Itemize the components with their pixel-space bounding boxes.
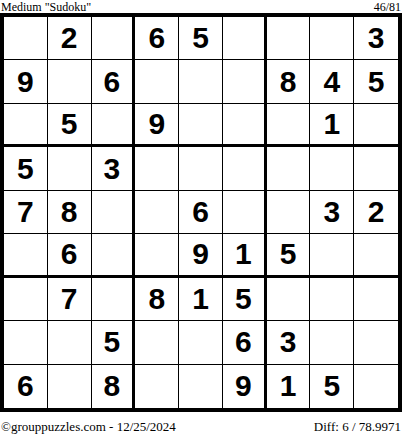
cell-r9c8: 5 [310, 365, 354, 408]
cell-r2c4[interactable] [135, 60, 179, 103]
cell-r1c7[interactable] [267, 17, 311, 60]
cell-r2c1: 9 [4, 60, 48, 103]
cell-r8c7: 3 [267, 321, 311, 364]
cell-r3c2: 5 [48, 104, 92, 147]
cell-r8c6: 6 [223, 321, 267, 364]
cell-r7c5: 1 [179, 278, 223, 321]
cell-r3c5[interactable] [179, 104, 223, 147]
cell-r1c8[interactable] [310, 17, 354, 60]
cell-r2c2[interactable] [48, 60, 92, 103]
cell-r2c7: 8 [267, 60, 311, 103]
cell-r3c8: 1 [310, 104, 354, 147]
cell-r8c3: 5 [92, 321, 136, 364]
cell-r3c3[interactable] [92, 104, 136, 147]
cell-r7c9[interactable] [354, 278, 398, 321]
cell-r1c3[interactable] [92, 17, 136, 60]
cell-r2c5[interactable] [179, 60, 223, 103]
cell-r4c9[interactable] [354, 147, 398, 190]
cell-r5c3[interactable] [92, 191, 136, 234]
cell-r6c2: 6 [48, 234, 92, 277]
cell-r6c8[interactable] [310, 234, 354, 277]
cell-r1c1[interactable] [4, 17, 48, 60]
cell-r9c2[interactable] [48, 365, 92, 408]
cell-r4c3: 3 [92, 147, 136, 190]
cell-r6c3[interactable] [92, 234, 136, 277]
cell-r6c5: 9 [179, 234, 223, 277]
cell-r5c2: 8 [48, 191, 92, 234]
cell-r6c4[interactable] [135, 234, 179, 277]
footer: ©grouppuzzles.com - 12/25/2024 Diff: 6 /… [0, 412, 402, 437]
cell-r9c5[interactable] [179, 365, 223, 408]
cells-remaining-counter: 46/81 [374, 1, 401, 13]
sudoku-page: Medium "Sudoku" 46/81 265396845591537863… [0, 0, 402, 437]
header: Medium "Sudoku" 46/81 [0, 0, 402, 13]
cell-r2c6[interactable] [223, 60, 267, 103]
cell-r4c4[interactable] [135, 147, 179, 190]
cell-r8c5[interactable] [179, 321, 223, 364]
cell-r4c1: 5 [4, 147, 48, 190]
cell-r1c2: 2 [48, 17, 92, 60]
cell-r7c2: 7 [48, 278, 92, 321]
copyright-source: ©grouppuzzles.com - 12/25/2024 [1, 419, 176, 434]
cell-r3c4: 9 [135, 104, 179, 147]
cell-r5c9: 2 [354, 191, 398, 234]
cell-r1c4: 6 [135, 17, 179, 60]
cell-r9c7: 1 [267, 365, 311, 408]
cell-r7c6: 5 [223, 278, 267, 321]
cell-r7c3[interactable] [92, 278, 136, 321]
cell-r6c6: 1 [223, 234, 267, 277]
cell-r2c9: 5 [354, 60, 398, 103]
cell-r6c9[interactable] [354, 234, 398, 277]
puzzle-title: Medium "Sudoku" [1, 1, 91, 13]
cell-r7c1[interactable] [4, 278, 48, 321]
cell-r9c6: 9 [223, 365, 267, 408]
cell-r8c8[interactable] [310, 321, 354, 364]
cell-r4c8[interactable] [310, 147, 354, 190]
difficulty-rating: Diff: 6 / 78.9971 [314, 419, 401, 434]
cell-r4c7[interactable] [267, 147, 311, 190]
cell-r9c9[interactable] [354, 365, 398, 408]
cell-r2c3: 6 [92, 60, 136, 103]
cell-r2c8: 4 [310, 60, 354, 103]
cell-r9c4[interactable] [135, 365, 179, 408]
cell-r5c1: 7 [4, 191, 48, 234]
cell-r4c6[interactable] [223, 147, 267, 190]
cell-r4c2[interactable] [48, 147, 92, 190]
cell-r5c8: 3 [310, 191, 354, 234]
cell-r1c5: 5 [179, 17, 223, 60]
cell-r3c6[interactable] [223, 104, 267, 147]
cell-r3c7[interactable] [267, 104, 311, 147]
cell-r7c7[interactable] [267, 278, 311, 321]
cell-r3c9[interactable] [354, 104, 398, 147]
cell-r7c8[interactable] [310, 278, 354, 321]
cell-r5c4[interactable] [135, 191, 179, 234]
cell-r8c4[interactable] [135, 321, 179, 364]
cell-r6c1[interactable] [4, 234, 48, 277]
cell-r7c4: 8 [135, 278, 179, 321]
cell-r5c7[interactable] [267, 191, 311, 234]
cell-r6c7: 5 [267, 234, 311, 277]
cell-r1c9: 3 [354, 17, 398, 60]
cell-r4c5[interactable] [179, 147, 223, 190]
cell-r5c5: 6 [179, 191, 223, 234]
sudoku-board: 26539684559153786326915781556368915 [0, 13, 402, 412]
cell-r1c6[interactable] [223, 17, 267, 60]
cell-r9c3: 8 [92, 365, 136, 408]
cell-r9c1: 6 [4, 365, 48, 408]
cell-r5c6[interactable] [223, 191, 267, 234]
cell-r8c2[interactable] [48, 321, 92, 364]
cell-r3c1[interactable] [4, 104, 48, 147]
cell-r8c9[interactable] [354, 321, 398, 364]
cell-r8c1[interactable] [4, 321, 48, 364]
